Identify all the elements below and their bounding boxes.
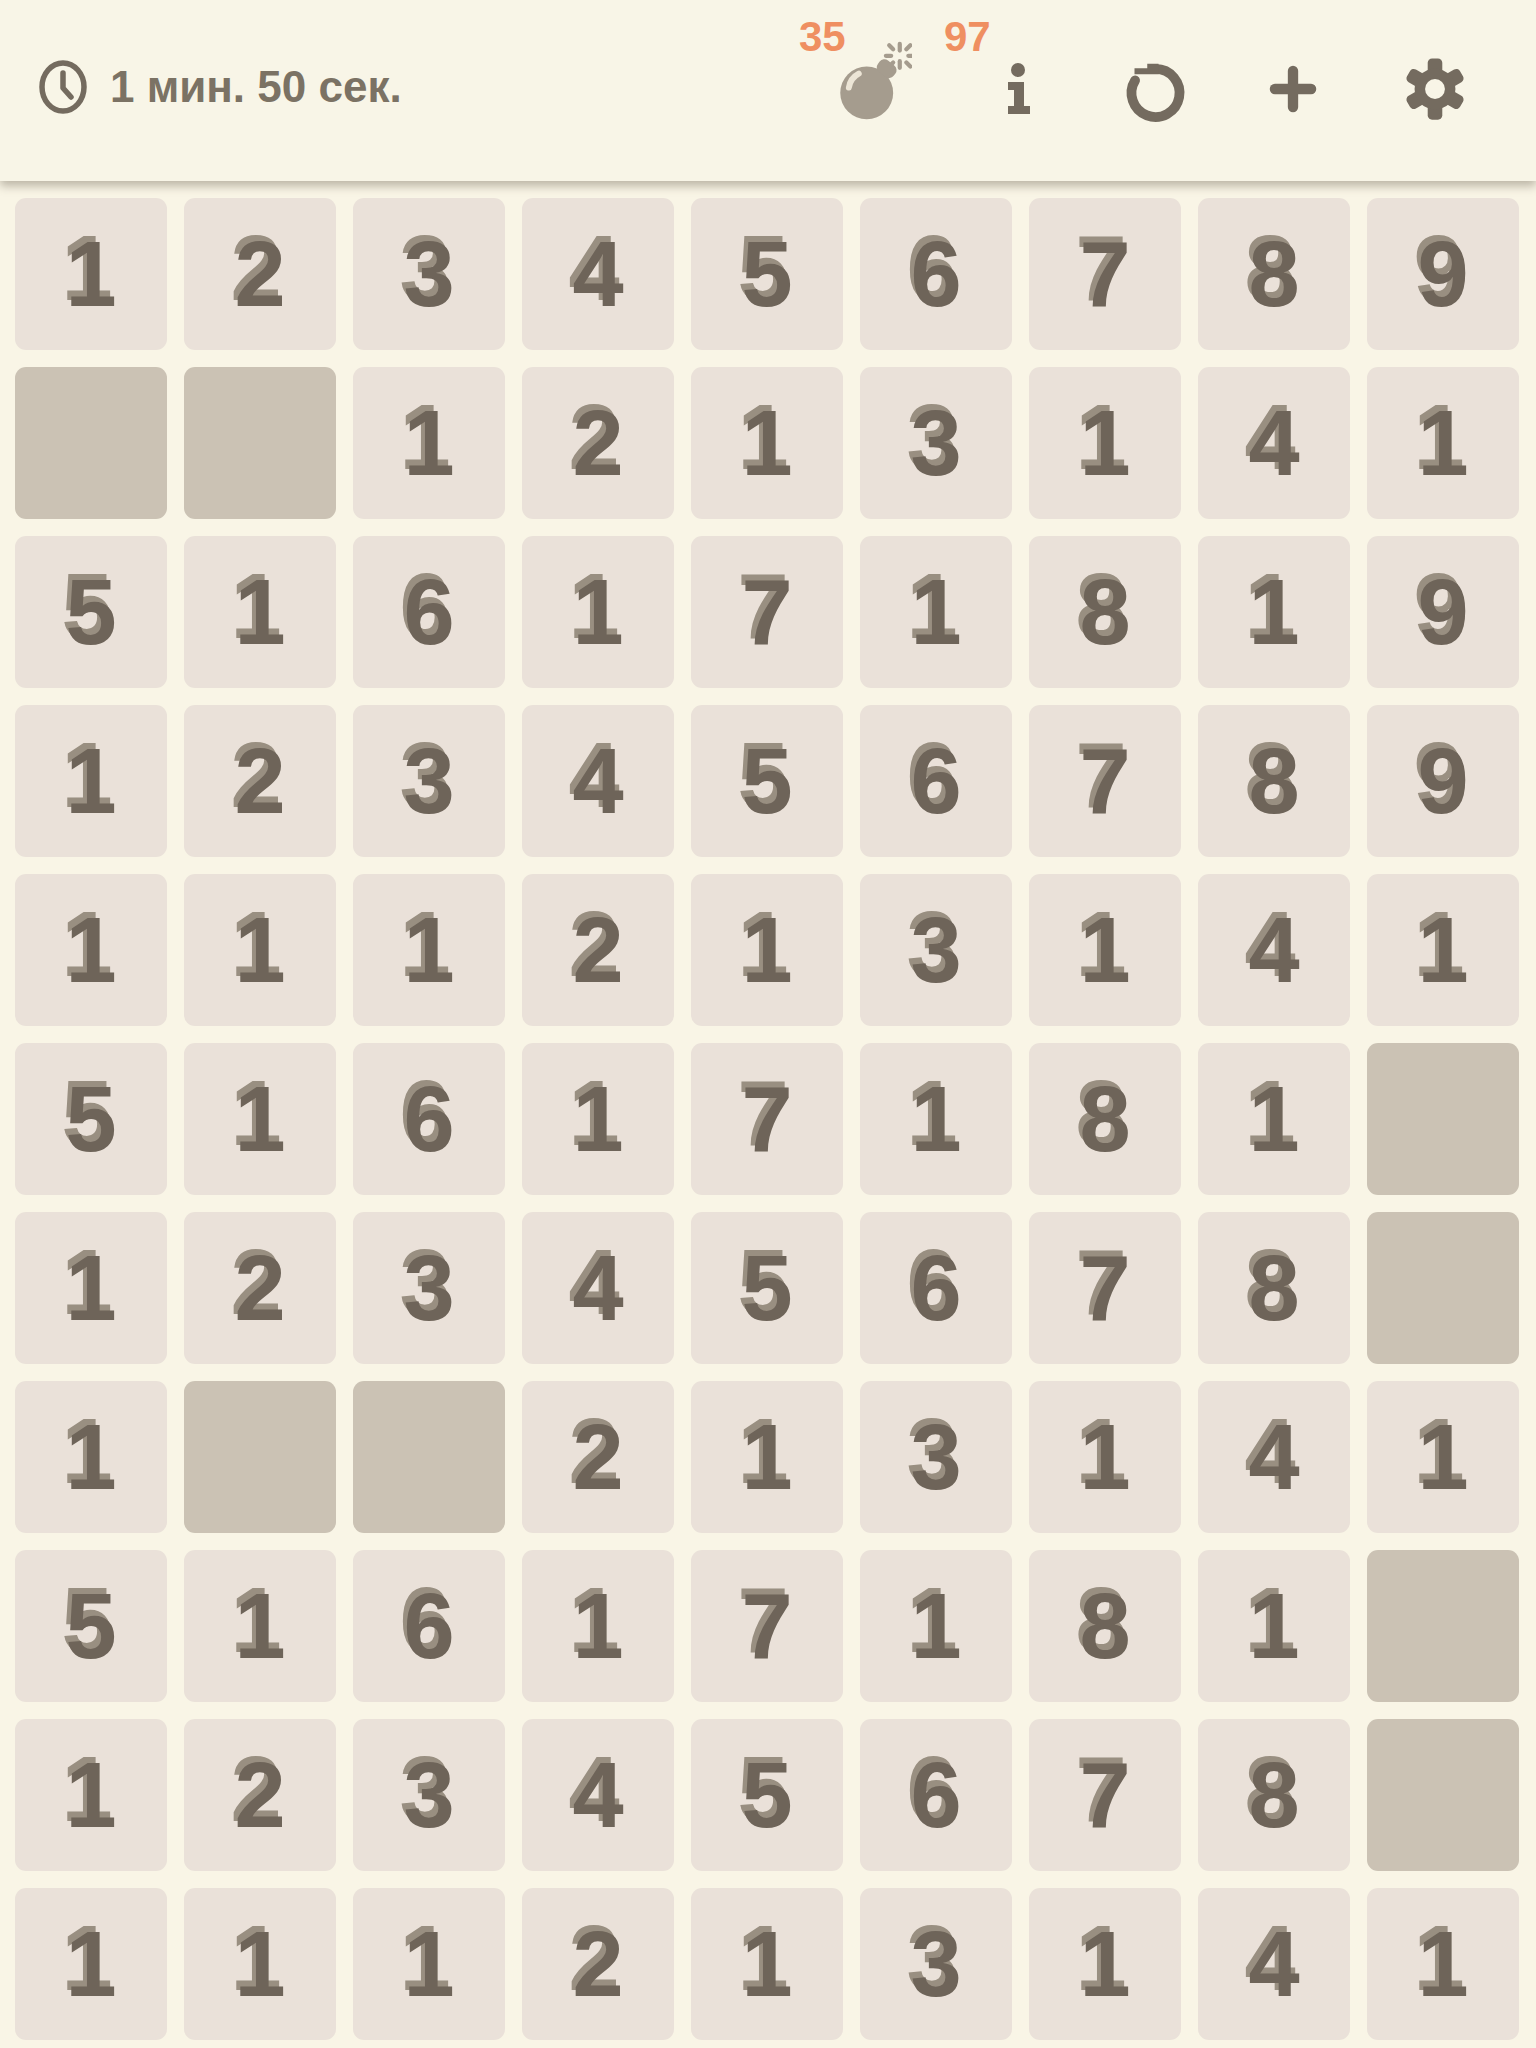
cell-r7c7[interactable]: 7: [1029, 1212, 1181, 1364]
header-bar: 1 мин. 50 сек. 35 97: [0, 0, 1536, 181]
cell-r3c7[interactable]: 8: [1029, 536, 1181, 688]
cell-r1c6[interactable]: 6: [860, 198, 1012, 350]
cell-r8c3: [353, 1381, 505, 1533]
add-numbers-button[interactable]: [1262, 58, 1324, 120]
cell-r10c9: [1367, 1719, 1519, 1871]
cell-r4c1[interactable]: 1: [15, 705, 167, 857]
cell-r6c7[interactable]: 8: [1029, 1043, 1181, 1195]
cell-r11c9[interactable]: 1: [1367, 1888, 1519, 2040]
cell-r4c3[interactable]: 3: [353, 705, 505, 857]
cell-r3c3[interactable]: 6: [353, 536, 505, 688]
cell-r11c8[interactable]: 4: [1198, 1888, 1350, 2040]
cell-r1c2[interactable]: 2: [184, 198, 336, 350]
cell-r8c7[interactable]: 1: [1029, 1381, 1181, 1533]
cell-r1c7[interactable]: 7: [1029, 198, 1181, 350]
cell-r5c7[interactable]: 1: [1029, 874, 1181, 1026]
cell-r6c9: [1367, 1043, 1519, 1195]
cell-r11c3[interactable]: 1: [353, 1888, 505, 2040]
cell-r7c9: [1367, 1212, 1519, 1364]
timer: 1 мин. 50 сек.: [38, 58, 402, 116]
cell-r9c1[interactable]: 5: [15, 1550, 167, 1702]
cell-r7c5[interactable]: 5: [691, 1212, 843, 1364]
cell-r5c3[interactable]: 1: [353, 874, 505, 1026]
bomb-button[interactable]: [832, 40, 912, 122]
cell-r1c1[interactable]: 1: [15, 198, 167, 350]
cell-r10c2[interactable]: 2: [184, 1719, 336, 1871]
undo-icon: [1118, 54, 1190, 126]
info-icon: [1004, 55, 1032, 125]
cell-r6c8[interactable]: 1: [1198, 1043, 1350, 1195]
cell-r9c5[interactable]: 7: [691, 1550, 843, 1702]
clock-icon: [38, 58, 88, 116]
cell-r7c6[interactable]: 6: [860, 1212, 1012, 1364]
cell-r4c7[interactable]: 7: [1029, 705, 1181, 857]
cell-r10c1[interactable]: 1: [15, 1719, 167, 1871]
cell-r9c2[interactable]: 1: [184, 1550, 336, 1702]
bomb-icon: [832, 40, 912, 122]
cell-r2c9[interactable]: 1: [1367, 367, 1519, 519]
cell-r4c2[interactable]: 2: [184, 705, 336, 857]
cell-r7c1[interactable]: 1: [15, 1212, 167, 1364]
cell-r1c3[interactable]: 3: [353, 198, 505, 350]
cell-r11c2[interactable]: 1: [184, 1888, 336, 2040]
cell-r5c6[interactable]: 3: [860, 874, 1012, 1026]
cell-r10c6[interactable]: 6: [860, 1719, 1012, 1871]
cell-r4c4[interactable]: 4: [522, 705, 674, 857]
cell-r6c2[interactable]: 1: [184, 1043, 336, 1195]
cell-r11c5[interactable]: 1: [691, 1888, 843, 2040]
cell-r9c6[interactable]: 1: [860, 1550, 1012, 1702]
cell-r7c3[interactable]: 3: [353, 1212, 505, 1364]
cell-r8c4[interactable]: 2: [522, 1381, 674, 1533]
undo-button[interactable]: [1118, 54, 1190, 126]
cell-r6c5[interactable]: 7: [691, 1043, 843, 1195]
cell-r2c5[interactable]: 1: [691, 367, 843, 519]
cell-r7c2[interactable]: 2: [184, 1212, 336, 1364]
cell-r2c3[interactable]: 1: [353, 367, 505, 519]
cell-r1c5[interactable]: 5: [691, 198, 843, 350]
cell-r3c5[interactable]: 7: [691, 536, 843, 688]
cell-r4c8[interactable]: 8: [1198, 705, 1350, 857]
cell-r8c6[interactable]: 3: [860, 1381, 1012, 1533]
cell-r9c8[interactable]: 1: [1198, 1550, 1350, 1702]
cell-r2c1: [15, 367, 167, 519]
cell-r8c1[interactable]: 1: [15, 1381, 167, 1533]
cell-r4c6[interactable]: 6: [860, 705, 1012, 857]
settings-button[interactable]: [1400, 54, 1470, 124]
board: 1234567891213141516171819123456789111213…: [15, 198, 1519, 2040]
cell-r2c6[interactable]: 3: [860, 367, 1012, 519]
cell-r6c4[interactable]: 1: [522, 1043, 674, 1195]
cell-r3c9[interactable]: 9: [1367, 536, 1519, 688]
cell-r3c4[interactable]: 1: [522, 536, 674, 688]
cell-r9c7[interactable]: 8: [1029, 1550, 1181, 1702]
cell-r7c8[interactable]: 8: [1198, 1212, 1350, 1364]
cell-r11c4[interactable]: 2: [522, 1888, 674, 2040]
cell-r8c9[interactable]: 1: [1367, 1381, 1519, 1533]
cell-r4c9[interactable]: 9: [1367, 705, 1519, 857]
cell-r10c7[interactable]: 7: [1029, 1719, 1181, 1871]
cell-r8c2: [184, 1381, 336, 1533]
cell-r3c6[interactable]: 1: [860, 536, 1012, 688]
cell-r6c3[interactable]: 6: [353, 1043, 505, 1195]
cell-r1c8[interactable]: 8: [1198, 198, 1350, 350]
cell-r1c9[interactable]: 9: [1367, 198, 1519, 350]
cell-r3c8[interactable]: 1: [1198, 536, 1350, 688]
cell-r4c5[interactable]: 5: [691, 705, 843, 857]
cell-r5c2[interactable]: 1: [184, 874, 336, 1026]
cell-r8c8[interactable]: 4: [1198, 1381, 1350, 1533]
cell-r5c1[interactable]: 1: [15, 874, 167, 1026]
cell-r11c7[interactable]: 1: [1029, 1888, 1181, 2040]
cell-r2c4[interactable]: 2: [522, 367, 674, 519]
cell-r10c4[interactable]: 4: [522, 1719, 674, 1871]
cell-r2c2: [184, 367, 336, 519]
cell-r5c5[interactable]: 1: [691, 874, 843, 1026]
cell-r6c1[interactable]: 5: [15, 1043, 167, 1195]
cell-r5c9[interactable]: 1: [1367, 874, 1519, 1026]
cell-r3c2[interactable]: 1: [184, 536, 336, 688]
cell-r9c9: [1367, 1550, 1519, 1702]
gear-icon: [1400, 54, 1470, 124]
cell-r10c8[interactable]: 8: [1198, 1719, 1350, 1871]
cell-r8c5[interactable]: 1: [691, 1381, 843, 1533]
cell-r10c3[interactable]: 3: [353, 1719, 505, 1871]
cell-r5c8[interactable]: 4: [1198, 874, 1350, 1026]
cell-r1c4[interactable]: 4: [522, 198, 674, 350]
cell-r9c4[interactable]: 1: [522, 1550, 674, 1702]
cell-r2c7[interactable]: 1: [1029, 367, 1181, 519]
cell-r3c1[interactable]: 5: [15, 536, 167, 688]
info-button[interactable]: [1004, 55, 1032, 125]
cell-r11c1[interactable]: 1: [15, 1888, 167, 2040]
cell-r9c3[interactable]: 6: [353, 1550, 505, 1702]
cell-r7c4[interactable]: 4: [522, 1212, 674, 1364]
plus-icon: [1262, 58, 1324, 120]
cell-r2c8[interactable]: 4: [1198, 367, 1350, 519]
cell-r5c4[interactable]: 2: [522, 874, 674, 1026]
cell-r6c6[interactable]: 1: [860, 1043, 1012, 1195]
info-count-badge: 97: [944, 16, 991, 58]
cell-r11c6[interactable]: 3: [860, 1888, 1012, 2040]
cell-r10c5[interactable]: 5: [691, 1719, 843, 1871]
timer-label: 1 мин. 50 сек.: [110, 58, 402, 116]
